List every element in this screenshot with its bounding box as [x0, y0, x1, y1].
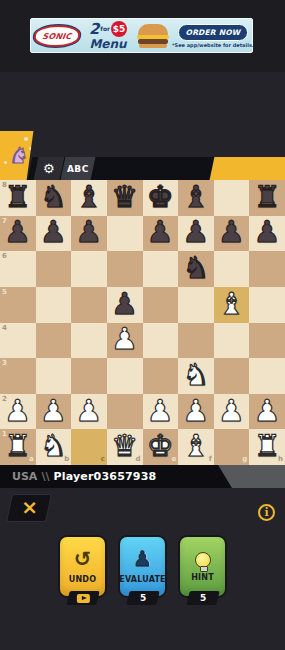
- square-d2[interactable]: [107, 394, 143, 430]
- hint-button[interactable]: HINT 5: [178, 535, 227, 598]
- bubble-decoration: [29, 147, 32, 150]
- offer-for: for: [100, 26, 110, 32]
- square-c2[interactable]: ♟: [71, 394, 107, 430]
- square-b6[interactable]: [36, 251, 72, 287]
- black-pawn-c7[interactable]: ♟: [76, 217, 103, 247]
- rank-label-6: 6: [2, 253, 7, 260]
- square-d7[interactable]: [107, 216, 143, 252]
- file-label-d: d: [135, 456, 140, 463]
- black-pawn-f7[interactable]: ♟: [182, 217, 209, 247]
- ad-offer: 2 for $5 Menu: [82, 21, 134, 50]
- rank-label-4: 4: [2, 325, 7, 332]
- square-f7[interactable]: ♟: [178, 216, 214, 252]
- burger-image: [136, 23, 170, 49]
- hint-label: HINT: [191, 573, 214, 582]
- square-c7[interactable]: ♟: [71, 216, 107, 252]
- close-button[interactable]: ×: [6, 494, 52, 522]
- white-pawn-d4[interactable]: ♟: [111, 324, 138, 354]
- black-pawn-d5[interactable]: ♟: [111, 289, 138, 319]
- black-knight-f6[interactable]: ♞: [182, 253, 209, 283]
- black-knight-b8[interactable]: ♞: [40, 182, 67, 212]
- square-e3[interactable]: [143, 358, 179, 394]
- square-h4[interactable]: [249, 323, 285, 359]
- sonic-logo-text: SONIC: [42, 31, 72, 40]
- white-rook-h1[interactable]: ♜: [254, 431, 281, 461]
- square-h6[interactable]: [249, 251, 285, 287]
- ad-disclaimer: *See app/website for details.: [172, 42, 254, 48]
- square-c1[interactable]: c: [71, 429, 107, 465]
- chess-board: 8♜♞♝♛♚♝♜7♟♟♟♟♟♟♟6♞5♟♝4♟3♞2♟♟♟♟♟♟♟1a♜b♞cd…: [0, 180, 285, 465]
- white-rook-a1[interactable]: ♜: [4, 431, 31, 461]
- black-king-e8[interactable]: ♚: [147, 182, 174, 212]
- square-h1[interactable]: h♜: [249, 429, 285, 465]
- square-a6[interactable]: 6: [0, 251, 36, 287]
- square-g8[interactable]: [214, 180, 250, 216]
- file-label-h: h: [278, 456, 283, 463]
- player-separator: \\: [41, 470, 49, 483]
- rank-label-5: 5: [2, 289, 7, 296]
- white-pawn-b2[interactable]: ♟: [40, 396, 67, 426]
- strip-yellow-wedge: [210, 157, 285, 180]
- file-label-e: e: [171, 456, 176, 463]
- player-bar: USA \\ Player03657938: [0, 465, 285, 488]
- square-b8[interactable]: ♞: [36, 180, 72, 216]
- file-label-g: g: [242, 456, 247, 463]
- rank-label-2: 2: [2, 396, 7, 403]
- black-rook-a8[interactable]: ♜: [4, 182, 31, 212]
- square-e1[interactable]: e♚: [143, 429, 179, 465]
- white-knight-b1[interactable]: ♞: [40, 431, 67, 461]
- square-b3[interactable]: [36, 358, 72, 394]
- square-d1[interactable]: d♛: [107, 429, 143, 465]
- square-g6[interactable]: [214, 251, 250, 287]
- player-name: Player03657938: [53, 470, 156, 483]
- white-bishop-g5[interactable]: ♝: [218, 289, 245, 319]
- black-queen-d8[interactable]: ♛: [111, 182, 138, 212]
- ad-banner[interactable]: SONIC 2 for $5 Menu ORDER NOW *See app/w…: [30, 18, 253, 53]
- square-h5[interactable]: [249, 287, 285, 323]
- info-icon: i: [264, 507, 268, 518]
- rank-label-1: 1: [2, 431, 7, 438]
- offer-price-badge: $5: [111, 21, 127, 37]
- white-knight-f3[interactable]: ♞: [182, 360, 209, 390]
- square-a3[interactable]: 3: [0, 358, 36, 394]
- square-f4[interactable]: [178, 323, 214, 359]
- black-rook-h8[interactable]: ♜: [254, 182, 281, 212]
- square-c4[interactable]: [71, 323, 107, 359]
- gear-icon: ⚙: [43, 162, 55, 175]
- square-e5[interactable]: [143, 287, 179, 323]
- square-e8[interactable]: ♚: [143, 180, 179, 216]
- white-pawn-c2[interactable]: ♟: [76, 396, 103, 426]
- square-g3[interactable]: [214, 358, 250, 394]
- white-pawn-h2[interactable]: ♟: [254, 396, 281, 426]
- square-e7[interactable]: ♟: [143, 216, 179, 252]
- square-h3[interactable]: [249, 358, 285, 394]
- undo-label: UNDO: [69, 575, 96, 584]
- file-label-b: b: [64, 456, 69, 463]
- rank-label-3: 3: [2, 360, 7, 367]
- notation-tab[interactable]: ABC: [61, 157, 96, 180]
- pawn-icon: ♟: [133, 549, 152, 570]
- square-d5[interactable]: ♟: [107, 287, 143, 323]
- evaluate-button[interactable]: ♟ EVALUATE 5: [118, 535, 167, 598]
- black-pawn-a7[interactable]: ♟: [4, 217, 31, 247]
- black-pawn-b7[interactable]: ♟: [40, 217, 67, 247]
- white-pawn-g2[interactable]: ♟: [218, 396, 245, 426]
- square-c6[interactable]: [71, 251, 107, 287]
- square-b2[interactable]: ♟: [36, 394, 72, 430]
- evaluate-count-badge: 5: [126, 591, 159, 605]
- square-a8[interactable]: 8♜: [0, 180, 36, 216]
- square-c3[interactable]: [71, 358, 107, 394]
- settings-tab[interactable]: ⚙: [34, 157, 65, 180]
- square-b4[interactable]: [36, 323, 72, 359]
- square-c5[interactable]: [71, 287, 107, 323]
- black-pawn-h7[interactable]: ♟: [254, 217, 281, 247]
- square-a7[interactable]: 7♟: [0, 216, 36, 252]
- bubble-decoration: [24, 137, 28, 141]
- file-label-f: f: [209, 456, 212, 463]
- square-b7[interactable]: ♟: [36, 216, 72, 252]
- black-bishop-f8[interactable]: ♝: [182, 182, 209, 212]
- player-country: USA: [12, 470, 37, 483]
- offer-number: 2: [89, 22, 99, 37]
- close-icon: ×: [21, 497, 38, 517]
- white-pawn-e2[interactable]: ♟: [147, 396, 174, 426]
- white-pawn-a2[interactable]: ♟: [4, 396, 31, 426]
- square-f2[interactable]: ♟: [178, 394, 214, 430]
- square-g7[interactable]: ♟: [214, 216, 250, 252]
- evaluate-count: 5: [139, 593, 145, 603]
- square-a1[interactable]: 1a♜: [0, 429, 36, 465]
- square-g5[interactable]: ♝: [214, 287, 250, 323]
- offer-menu: Menu: [82, 38, 134, 50]
- square-f5[interactable]: [178, 287, 214, 323]
- square-h2[interactable]: ♟: [249, 394, 285, 430]
- square-a4[interactable]: 4: [0, 323, 36, 359]
- square-e2[interactable]: ♟: [143, 394, 179, 430]
- square-d6[interactable]: [107, 251, 143, 287]
- square-d8[interactable]: ♛: [107, 180, 143, 216]
- square-h7[interactable]: ♟: [249, 216, 285, 252]
- action-buttons: ↺ UNDO ♟ EVALUATE 5 HINT 5: [0, 535, 285, 598]
- square-d3[interactable]: [107, 358, 143, 394]
- square-f8[interactable]: ♝: [178, 180, 214, 216]
- square-f1[interactable]: f♝: [178, 429, 214, 465]
- square-b1[interactable]: b♞: [36, 429, 72, 465]
- order-now-button[interactable]: ORDER NOW: [178, 24, 249, 41]
- undo-badge: [66, 591, 99, 605]
- hint-count-badge: 5: [186, 591, 219, 605]
- info-button[interactable]: i: [258, 504, 275, 521]
- square-f6[interactable]: ♞: [178, 251, 214, 287]
- white-king-e1[interactable]: ♚: [147, 431, 174, 461]
- square-g4[interactable]: [214, 323, 250, 359]
- white-pawn-f2[interactable]: ♟: [182, 396, 209, 426]
- square-c8[interactable]: ♝: [71, 180, 107, 216]
- undo-arrow-icon: ↺: [74, 549, 92, 570]
- lightbulb-icon: [195, 552, 211, 568]
- black-bishop-c8[interactable]: ♝: [76, 182, 103, 212]
- square-a2[interactable]: 2♟: [0, 394, 36, 430]
- white-bishop-f1[interactable]: ♝: [182, 431, 209, 461]
- rank-label-7: 7: [2, 218, 7, 225]
- square-b5[interactable]: [36, 287, 72, 323]
- square-a5[interactable]: 5: [0, 287, 36, 323]
- sonic-logo: SONIC: [32, 25, 81, 47]
- square-g2[interactable]: ♟: [214, 394, 250, 430]
- undo-button[interactable]: ↺ UNDO: [58, 535, 107, 598]
- file-label-c: c: [101, 456, 105, 463]
- video-ad-icon: [76, 594, 89, 603]
- rank-label-8: 8: [2, 182, 7, 189]
- abc-label: ABC: [67, 164, 89, 174]
- square-f3[interactable]: ♞: [178, 358, 214, 394]
- square-h8[interactable]: ♜: [249, 180, 285, 216]
- square-g1[interactable]: g: [214, 429, 250, 465]
- player-info: USA \\ Player03657938: [0, 465, 232, 488]
- evaluate-label: EVALUATE: [119, 575, 165, 584]
- black-pawn-g7[interactable]: ♟: [218, 217, 245, 247]
- white-queen-d1[interactable]: ♛: [111, 431, 138, 461]
- hint-count: 5: [199, 593, 205, 603]
- file-label-a: a: [29, 456, 34, 463]
- top-tab-strip: ⚙ ABC: [0, 157, 285, 180]
- square-d4[interactable]: ♟: [107, 323, 143, 359]
- square-e6[interactable]: [143, 251, 179, 287]
- black-pawn-e7[interactable]: ♟: [147, 217, 174, 247]
- square-e4[interactable]: [143, 323, 179, 359]
